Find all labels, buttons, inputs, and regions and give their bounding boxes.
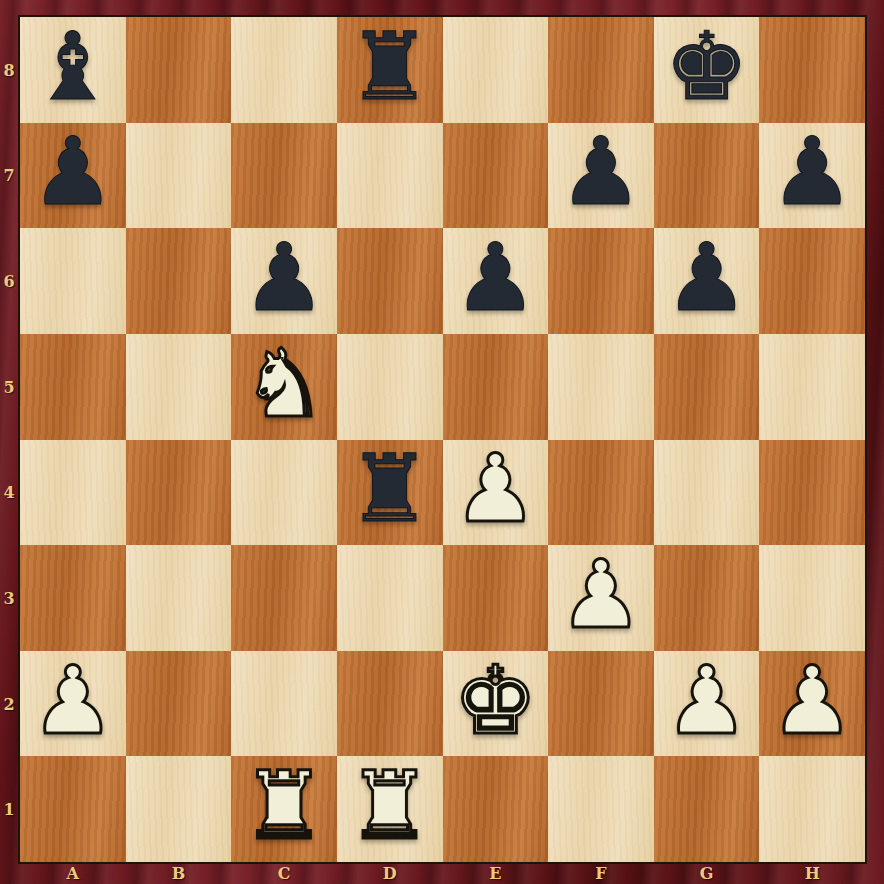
- square-a1[interactable]: [20, 756, 126, 862]
- square-c8[interactable]: [231, 17, 337, 123]
- square-a3[interactable]: [20, 545, 126, 651]
- square-c7[interactable]: [231, 123, 337, 229]
- square-a4[interactable]: [20, 440, 126, 546]
- square-e4[interactable]: ♟: [443, 440, 549, 546]
- square-e5[interactable]: [443, 334, 549, 440]
- square-a8[interactable]: ♝: [20, 17, 126, 123]
- file-label-e: E: [489, 864, 501, 883]
- piece-white-pawn[interactable]: ♟: [664, 654, 748, 748]
- square-f5[interactable]: [548, 334, 654, 440]
- file-label-a: A: [67, 864, 79, 883]
- file-label-h: H: [805, 864, 820, 883]
- square-b3[interactable]: [126, 545, 232, 651]
- file-label-g: G: [700, 864, 714, 883]
- square-g8[interactable]: ♚: [654, 17, 760, 123]
- piece-black-rook[interactable]: ♜: [348, 20, 432, 114]
- square-b7[interactable]: [126, 123, 232, 229]
- square-h4[interactable]: [759, 440, 865, 546]
- square-b4[interactable]: [126, 440, 232, 546]
- piece-black-pawn[interactable]: ♟: [31, 125, 115, 219]
- square-c6[interactable]: ♟: [231, 228, 337, 334]
- square-d3[interactable]: [337, 545, 443, 651]
- rank-label-7: 7: [0, 166, 18, 185]
- piece-white-rook[interactable]: ♜: [348, 759, 432, 853]
- square-h7[interactable]: ♟: [759, 123, 865, 229]
- piece-white-rook[interactable]: ♜: [242, 759, 326, 853]
- square-b5[interactable]: [126, 334, 232, 440]
- piece-white-pawn[interactable]: ♟: [770, 654, 854, 748]
- piece-black-pawn[interactable]: ♟: [559, 125, 643, 219]
- square-g3[interactable]: [654, 545, 760, 651]
- piece-white-king[interactable]: ♚: [453, 654, 537, 748]
- piece-black-rook[interactable]: ♜: [348, 442, 432, 536]
- square-d6[interactable]: [337, 228, 443, 334]
- square-c1[interactable]: ♜: [231, 756, 337, 862]
- file-label-c: C: [278, 864, 291, 883]
- chess-board: ♝♜♚♟♟♟♟♟♟♞♜♟♟♟♚♟♟♜♜: [18, 15, 867, 864]
- board-frame: ♝♜♚♟♟♟♟♟♟♞♜♟♟♟♚♟♟♜♜ 87654321ABCDEFGH: [0, 0, 884, 884]
- square-e8[interactable]: [443, 17, 549, 123]
- piece-white-knight[interactable]: ♞: [242, 337, 326, 431]
- piece-black-king[interactable]: ♚: [664, 20, 748, 114]
- piece-white-pawn[interactable]: ♟: [31, 654, 115, 748]
- square-e2[interactable]: ♚: [443, 651, 549, 757]
- square-a5[interactable]: [20, 334, 126, 440]
- piece-black-pawn[interactable]: ♟: [453, 231, 537, 325]
- square-d4[interactable]: ♜: [337, 440, 443, 546]
- square-h8[interactable]: [759, 17, 865, 123]
- square-d5[interactable]: [337, 334, 443, 440]
- square-g2[interactable]: ♟: [654, 651, 760, 757]
- square-d7[interactable]: [337, 123, 443, 229]
- rank-label-4: 4: [0, 483, 18, 502]
- square-h2[interactable]: ♟: [759, 651, 865, 757]
- piece-white-pawn[interactable]: ♟: [453, 442, 537, 536]
- piece-black-pawn[interactable]: ♟: [664, 231, 748, 325]
- rank-label-3: 3: [0, 588, 18, 607]
- square-d2[interactable]: [337, 651, 443, 757]
- square-c2[interactable]: [231, 651, 337, 757]
- square-h5[interactable]: [759, 334, 865, 440]
- square-h6[interactable]: [759, 228, 865, 334]
- rank-label-2: 2: [0, 694, 18, 713]
- square-b2[interactable]: [126, 651, 232, 757]
- square-f3[interactable]: ♟: [548, 545, 654, 651]
- piece-black-pawn[interactable]: ♟: [770, 125, 854, 219]
- square-f4[interactable]: [548, 440, 654, 546]
- square-h1[interactable]: [759, 756, 865, 862]
- square-f1[interactable]: [548, 756, 654, 862]
- square-e3[interactable]: [443, 545, 549, 651]
- square-g7[interactable]: [654, 123, 760, 229]
- square-g1[interactable]: [654, 756, 760, 862]
- square-f2[interactable]: [548, 651, 654, 757]
- square-a2[interactable]: ♟: [20, 651, 126, 757]
- square-b1[interactable]: [126, 756, 232, 862]
- file-label-f: F: [595, 864, 606, 883]
- square-b6[interactable]: [126, 228, 232, 334]
- square-e6[interactable]: ♟: [443, 228, 549, 334]
- square-f6[interactable]: [548, 228, 654, 334]
- piece-white-pawn[interactable]: ♟: [559, 548, 643, 642]
- rank-label-6: 6: [0, 272, 18, 291]
- square-c5[interactable]: ♞: [231, 334, 337, 440]
- file-label-d: D: [383, 864, 397, 883]
- square-f8[interactable]: [548, 17, 654, 123]
- square-a7[interactable]: ♟: [20, 123, 126, 229]
- square-g4[interactable]: [654, 440, 760, 546]
- square-a6[interactable]: [20, 228, 126, 334]
- square-f7[interactable]: ♟: [548, 123, 654, 229]
- square-h3[interactable]: [759, 545, 865, 651]
- file-label-b: B: [172, 864, 186, 883]
- square-c3[interactable]: [231, 545, 337, 651]
- rank-label-1: 1: [0, 800, 18, 819]
- square-g6[interactable]: ♟: [654, 228, 760, 334]
- rank-label-5: 5: [0, 377, 18, 396]
- square-g5[interactable]: [654, 334, 760, 440]
- square-d1[interactable]: ♜: [337, 756, 443, 862]
- square-c4[interactable]: [231, 440, 337, 546]
- square-d8[interactable]: ♜: [337, 17, 443, 123]
- piece-black-pawn[interactable]: ♟: [242, 231, 326, 325]
- square-e7[interactable]: [443, 123, 549, 229]
- square-e1[interactable]: [443, 756, 549, 862]
- rank-label-8: 8: [0, 60, 18, 79]
- square-b8[interactable]: [126, 17, 232, 123]
- piece-black-bishop[interactable]: ♝: [31, 20, 115, 114]
